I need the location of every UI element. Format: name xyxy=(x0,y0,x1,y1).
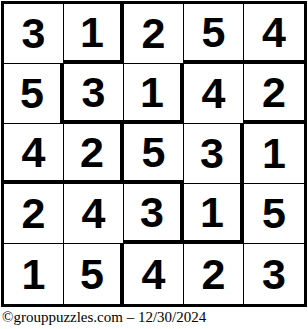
cell-r3c3: 5 xyxy=(124,124,184,184)
cell-r4c2: 4 xyxy=(64,184,124,244)
cell-r5c5: 3 xyxy=(244,244,304,304)
cell-r1c5: 4 xyxy=(244,4,304,64)
cell-r4c4: 1 xyxy=(184,184,244,244)
cell-r2c1: 5 xyxy=(4,64,64,124)
cell-r1c2: 1 xyxy=(64,4,124,64)
cell-r5c3: 4 xyxy=(124,244,184,304)
puzzle-grid: 3125453142425312431515423 xyxy=(1,1,307,307)
cell-r5c4: 2 xyxy=(184,244,244,304)
cell-r2c5: 2 xyxy=(244,64,304,124)
cell-r3c4: 3 xyxy=(184,124,244,184)
cell-r4c1: 2 xyxy=(4,184,64,244)
cell-r5c1: 1 xyxy=(4,244,64,304)
copyright-text: ©grouppuzzles.com – 12/30/2024 xyxy=(2,309,206,326)
cell-r3c5: 1 xyxy=(244,124,304,184)
cell-r2c3: 1 xyxy=(124,64,184,124)
cell-r3c1: 4 xyxy=(4,124,64,184)
cell-r2c4: 4 xyxy=(184,64,244,124)
cell-r1c3: 2 xyxy=(124,4,184,64)
cell-r2c2: 3 xyxy=(64,64,124,124)
cell-r1c1: 3 xyxy=(4,4,64,64)
cell-r3c2: 2 xyxy=(64,124,124,184)
cell-r5c2: 5 xyxy=(64,244,124,304)
cell-r4c5: 5 xyxy=(244,184,304,244)
cell-r1c4: 5 xyxy=(184,4,244,64)
cell-r4c3: 3 xyxy=(124,184,184,244)
